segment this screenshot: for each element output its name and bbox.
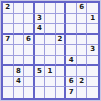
- cell-r8c2: 4: [14, 77, 25, 88]
- cell-r8c9[interactable]: [87, 77, 98, 88]
- cell-r1c5[interactable]: [45, 3, 56, 14]
- cell-r1c6[interactable]: [56, 3, 67, 14]
- cell-r6c5[interactable]: [45, 56, 56, 67]
- cell-r2c8[interactable]: [77, 14, 88, 25]
- cell-r9c2[interactable]: [14, 87, 25, 98]
- cell-r3c6[interactable]: [56, 24, 67, 35]
- cell-r3c8[interactable]: [77, 24, 88, 35]
- cell-r9c7: 7: [66, 87, 77, 98]
- cell-r5c8[interactable]: [77, 45, 88, 56]
- cell-r6c7: 4: [66, 56, 77, 67]
- cell-r1c1: 2: [3, 3, 14, 14]
- cell-r4c7[interactable]: [66, 35, 77, 46]
- cell-r5c4[interactable]: [35, 45, 46, 56]
- cell-r5c2[interactable]: [14, 45, 25, 56]
- cell-r1c2[interactable]: [14, 3, 25, 14]
- cell-r4c9[interactable]: [87, 35, 98, 46]
- cell-r8c7: 6: [66, 77, 77, 88]
- cell-r4c3: 6: [24, 35, 35, 46]
- cell-r8c8: 2: [77, 77, 88, 88]
- cell-r2c7[interactable]: [66, 14, 77, 25]
- cell-r7c8[interactable]: [77, 66, 88, 77]
- sudoku-frame: 26314762348514627: [0, 0, 101, 101]
- cell-r7c1[interactable]: [3, 66, 14, 77]
- cell-r9c1[interactable]: [3, 87, 14, 98]
- cell-r4c1: 7: [3, 35, 14, 46]
- cell-r7c5: 1: [45, 66, 56, 77]
- cell-r4c4[interactable]: [35, 35, 46, 46]
- cell-r2c3[interactable]: [24, 14, 35, 25]
- cell-r2c4: 3: [35, 14, 46, 25]
- cell-r1c8: 6: [77, 3, 88, 14]
- cell-r6c1[interactable]: [3, 56, 14, 67]
- cell-r3c1[interactable]: [3, 24, 14, 35]
- cell-r1c3[interactable]: [24, 3, 35, 14]
- cell-r8c1[interactable]: [3, 77, 14, 88]
- cell-r8c6[interactable]: [56, 77, 67, 88]
- cell-r3c7[interactable]: [66, 24, 77, 35]
- cell-r2c1[interactable]: [3, 14, 14, 25]
- cell-r1c7[interactable]: [66, 3, 77, 14]
- cell-r3c3[interactable]: [24, 24, 35, 35]
- cell-r6c2[interactable]: [14, 56, 25, 67]
- cell-r7c3[interactable]: [24, 66, 35, 77]
- cell-r2c5[interactable]: [45, 14, 56, 25]
- cell-r9c3[interactable]: [24, 87, 35, 98]
- cell-r2c9: 1: [87, 14, 98, 25]
- cell-r6c4[interactable]: [35, 56, 46, 67]
- cell-r9c4[interactable]: [35, 87, 46, 98]
- cell-r3c9[interactable]: [87, 24, 98, 35]
- cell-r9c5[interactable]: [45, 87, 56, 98]
- sudoku-board: 26314762348514627: [1, 1, 100, 100]
- cell-r9c6[interactable]: [56, 87, 67, 98]
- cell-r3c5[interactable]: [45, 24, 56, 35]
- cell-r1c4[interactable]: [35, 3, 46, 14]
- cell-r9c9[interactable]: [87, 87, 98, 98]
- cell-r8c3[interactable]: [24, 77, 35, 88]
- cell-r5c6[interactable]: [56, 45, 67, 56]
- cell-r3c2[interactable]: [14, 24, 25, 35]
- cell-r7c7[interactable]: [66, 66, 77, 77]
- cell-r7c6[interactable]: [56, 66, 67, 77]
- cell-r5c7[interactable]: [66, 45, 77, 56]
- cell-r6c8[interactable]: [77, 56, 88, 67]
- cell-r2c6[interactable]: [56, 14, 67, 25]
- cell-r5c9: 3: [87, 45, 98, 56]
- cell-r6c9[interactable]: [87, 56, 98, 67]
- cell-r7c4: 5: [35, 66, 46, 77]
- cell-r9c8[interactable]: [77, 87, 88, 98]
- cell-r8c4[interactable]: [35, 77, 46, 88]
- cell-r6c6[interactable]: [56, 56, 67, 67]
- cell-r5c3[interactable]: [24, 45, 35, 56]
- cell-r5c1[interactable]: [3, 45, 14, 56]
- cell-r4c2[interactable]: [14, 35, 25, 46]
- cell-r7c2: 8: [14, 66, 25, 77]
- cell-r3c4: 4: [35, 24, 46, 35]
- cell-r4c6: 2: [56, 35, 67, 46]
- cell-r7c9[interactable]: [87, 66, 98, 77]
- cell-r6c3[interactable]: [24, 56, 35, 67]
- cell-r8c5[interactable]: [45, 77, 56, 88]
- cell-r2c2[interactable]: [14, 14, 25, 25]
- cell-r1c9[interactable]: [87, 3, 98, 14]
- cell-r4c8[interactable]: [77, 35, 88, 46]
- cell-r5c5[interactable]: [45, 45, 56, 56]
- cell-r4c5[interactable]: [45, 35, 56, 46]
